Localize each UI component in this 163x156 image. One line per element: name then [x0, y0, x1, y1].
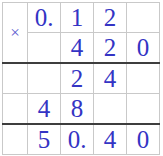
- grid-cell-r2c4: [127, 63, 160, 94]
- grid-cell-r0c1: 0.: [28, 3, 61, 33]
- grid-cell-r4c3: 4: [94, 124, 127, 155]
- grid-cell-r1c1: [28, 33, 61, 64]
- grid-cell-r1c3: 2: [94, 33, 127, 64]
- grid-cell-r2c1: [28, 63, 61, 94]
- grid-cell-r4c4: 0: [127, 124, 160, 155]
- grid-cell-r4c2: 0.: [61, 124, 94, 155]
- row-partial-product-1: 2 4: [3, 63, 160, 94]
- grid-cell-r3c1: 4: [28, 94, 61, 125]
- multiplication-grid: × 0. 1 2 4 2 0 2 4 4 8 5: [2, 2, 160, 155]
- grid-cell-r2c0: [3, 63, 28, 94]
- grid-cell-r3c2: 8: [61, 94, 94, 125]
- grid-cell-r2c2: 2: [61, 63, 94, 94]
- multiply-sign: ×: [3, 3, 28, 64]
- grid-cell-r0c2: 1: [61, 3, 94, 33]
- worksheet: × 0. 1 2 4 2 0 2 4 4 8 5: [0, 0, 163, 155]
- row-partial-product-2: 4 8: [3, 94, 160, 125]
- grid-cell-r1c2: 4: [61, 33, 94, 64]
- grid-cell-r4c0: [3, 124, 28, 155]
- grid-cell-r3c3: [94, 94, 127, 125]
- grid-cell-r2c3: 4: [94, 63, 127, 94]
- row-multiplicand: × 0. 1 2: [3, 3, 160, 33]
- grid-cell-r0c4: [127, 3, 160, 33]
- grid-cell-r1c4: 0: [127, 33, 160, 64]
- grid-cell-r3c4: [127, 94, 160, 125]
- grid-cell-r0c3: 2: [94, 3, 127, 33]
- grid-cell-r4c1: 5: [28, 124, 61, 155]
- grid-cell-r3c0: [3, 94, 28, 125]
- row-product: 5 0. 4 0: [3, 124, 160, 155]
